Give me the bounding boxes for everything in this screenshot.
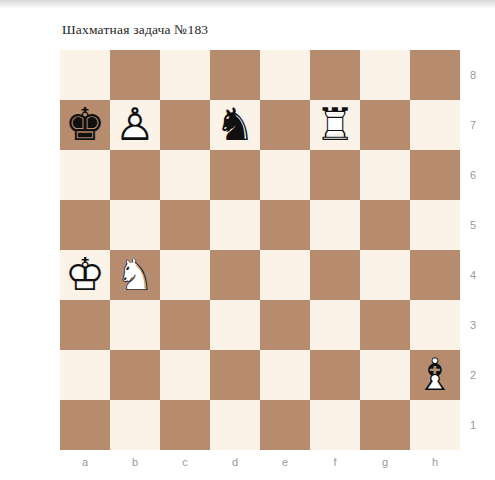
square-c5 — [160, 200, 210, 250]
square-a8 — [60, 50, 110, 100]
square-e5 — [260, 200, 310, 250]
rank-label-5: 5 — [464, 200, 484, 250]
square-d7: ♞ — [210, 100, 260, 150]
square-g6 — [360, 150, 410, 200]
square-g5 — [360, 200, 410, 250]
square-c8 — [160, 50, 210, 100]
square-b5 — [110, 200, 160, 250]
file-label-a: a — [60, 452, 110, 472]
rank-label-1: 1 — [464, 400, 484, 450]
square-b7: ♟♙ — [110, 100, 160, 150]
square-d1 — [210, 400, 260, 450]
square-a1 — [60, 400, 110, 450]
rank-label-8: 8 — [464, 50, 484, 100]
file-label-d: d — [210, 452, 260, 472]
file-label-c: c — [160, 452, 210, 472]
square-h8 — [410, 50, 460, 100]
square-h2: ♝♗ — [410, 350, 460, 400]
square-g3 — [360, 300, 410, 350]
file-label-h: h — [410, 452, 460, 472]
square-b8 — [110, 50, 160, 100]
square-c1 — [160, 400, 210, 450]
square-e1 — [260, 400, 310, 450]
square-h4 — [410, 250, 460, 300]
white-rook: ♜♖ — [310, 100, 360, 150]
square-a3 — [60, 300, 110, 350]
square-b1 — [110, 400, 160, 450]
file-labels: abcdefgh — [60, 452, 460, 472]
square-c4 — [160, 250, 210, 300]
square-d4 — [210, 250, 260, 300]
square-a4: ♚♔ — [60, 250, 110, 300]
square-d3 — [210, 300, 260, 350]
square-b6 — [110, 150, 160, 200]
square-f6 — [310, 150, 360, 200]
square-g1 — [360, 400, 410, 450]
white-bishop-icon: ♗ — [410, 350, 460, 400]
file-label-b: b — [110, 452, 160, 472]
square-g7 — [360, 100, 410, 150]
square-h5 — [410, 200, 460, 250]
square-a5 — [60, 200, 110, 250]
square-h6 — [410, 150, 460, 200]
white-knight-icon: ♘ — [110, 250, 160, 300]
file-label-g: g — [360, 452, 410, 472]
square-e3 — [260, 300, 310, 350]
square-c7 — [160, 100, 210, 150]
black-king: ♚ — [60, 100, 110, 150]
square-d2 — [210, 350, 260, 400]
rank-label-4: 4 — [464, 250, 484, 300]
file-label-f: f — [310, 452, 360, 472]
rank-label-2: 2 — [464, 350, 484, 400]
square-g4 — [360, 250, 410, 300]
square-e4 — [260, 250, 310, 300]
square-f5 — [310, 200, 360, 250]
square-e8 — [260, 50, 310, 100]
square-a2 — [60, 350, 110, 400]
square-g2 — [360, 350, 410, 400]
square-a7: ♚ — [60, 100, 110, 150]
rank-label-3: 3 — [464, 300, 484, 350]
top-strip — [0, 0, 495, 9]
square-g8 — [360, 50, 410, 100]
black-king-icon: ♚ — [60, 100, 110, 150]
square-c6 — [160, 150, 210, 200]
square-d8 — [210, 50, 260, 100]
square-a6 — [60, 150, 110, 200]
chess-board-area: ♚♟♙♞♜♖♚♔♞♘♝♗ 87654321 abcdefgh — [60, 50, 460, 450]
square-e6 — [260, 150, 310, 200]
square-h7 — [410, 100, 460, 150]
white-king-icon: ♔ — [60, 250, 110, 300]
square-f2 — [310, 350, 360, 400]
square-f3 — [310, 300, 360, 350]
white-pawn: ♟♙ — [110, 100, 160, 150]
square-b2 — [110, 350, 160, 400]
page: Шахматная задача №183 ♚♟♙♞♜♖♚♔♞♘♝♗ 87654… — [0, 0, 495, 480]
rank-label-6: 6 — [464, 150, 484, 200]
white-bishop: ♝♗ — [410, 350, 460, 400]
square-f8 — [310, 50, 360, 100]
square-h1 — [410, 400, 460, 450]
square-f1 — [310, 400, 360, 450]
puzzle-title: Шахматная задача №183 — [62, 22, 208, 38]
rank-label-7: 7 — [464, 100, 484, 150]
rank-labels: 87654321 — [464, 50, 484, 450]
square-e2 — [260, 350, 310, 400]
white-pawn-icon: ♙ — [110, 100, 160, 150]
square-f7: ♜♖ — [310, 100, 360, 150]
file-label-e: e — [260, 452, 310, 472]
chess-board: ♚♟♙♞♜♖♚♔♞♘♝♗ — [60, 50, 460, 450]
square-d5 — [210, 200, 260, 250]
black-knight-icon: ♞ — [210, 100, 260, 150]
square-d6 — [210, 150, 260, 200]
black-knight: ♞ — [210, 100, 260, 150]
square-b4: ♞♘ — [110, 250, 160, 300]
square-c3 — [160, 300, 210, 350]
square-f4 — [310, 250, 360, 300]
white-king: ♚♔ — [60, 250, 110, 300]
white-knight: ♞♘ — [110, 250, 160, 300]
white-rook-icon: ♖ — [310, 100, 360, 150]
square-c2 — [160, 350, 210, 400]
square-e7 — [260, 100, 310, 150]
square-b3 — [110, 300, 160, 350]
square-h3 — [410, 300, 460, 350]
